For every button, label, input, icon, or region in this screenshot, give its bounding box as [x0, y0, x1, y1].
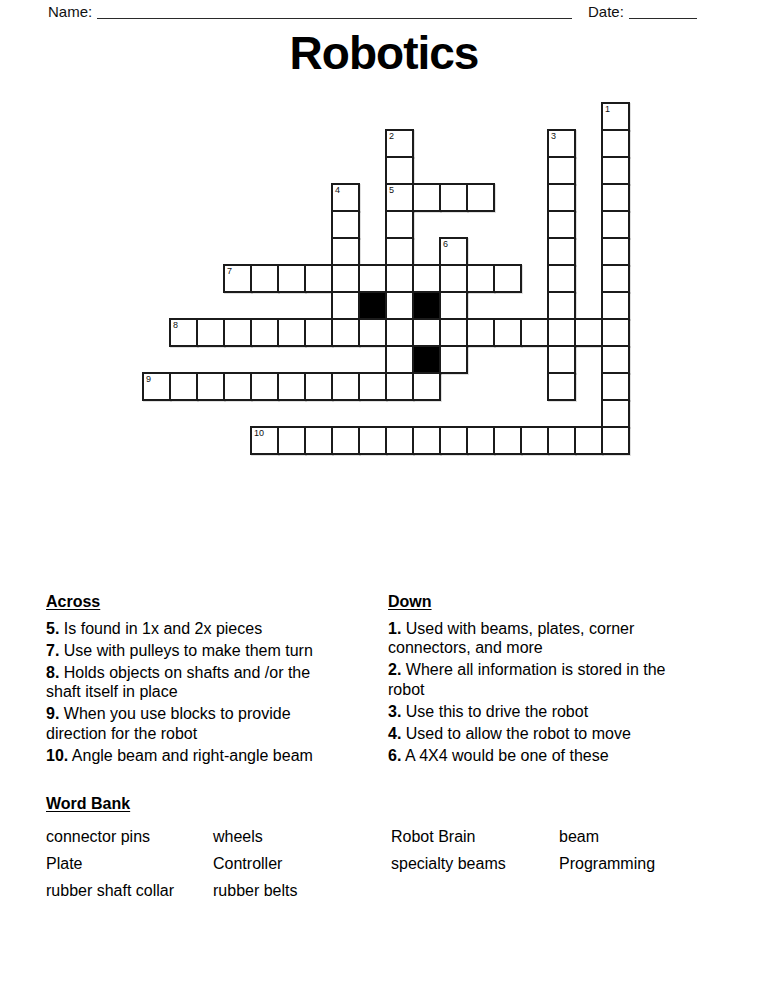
across-clue-number-5: 5. [46, 620, 59, 637]
cell-r8c11[interactable] [439, 318, 468, 347]
crossword-worksheet: { "game": "crossword", "title": "Robotic… [0, 0, 768, 994]
cell-r7c11[interactable] [439, 291, 468, 320]
cell-r10c9[interactable] [385, 372, 414, 401]
cell-r6c12[interactable] [466, 264, 495, 293]
cell-r4c17[interactable] [601, 210, 630, 239]
across-clue-9: 9. When you use blocks to provide direct… [46, 704, 322, 743]
clue-number-8: 8 [173, 320, 178, 330]
black-cell-r9c10 [412, 345, 441, 374]
cell-r12c14[interactable] [520, 426, 549, 455]
cell-r12c5[interactable] [277, 426, 306, 455]
clue-number-10: 10 [254, 428, 264, 438]
cell-r8c6[interactable] [304, 318, 333, 347]
cell-r12c13[interactable] [493, 426, 522, 455]
word-bank-heading: Word Bank [46, 795, 130, 813]
cell-r3c7[interactable]: 4 [331, 183, 360, 212]
cell-r6c15[interactable] [547, 264, 576, 293]
cell-r10c6[interactable] [304, 372, 333, 401]
cell-r4c15[interactable] [547, 210, 576, 239]
cell-r10c0[interactable]: 9 [142, 372, 171, 401]
cell-r6c17[interactable] [601, 264, 630, 293]
cell-r5c9[interactable] [385, 237, 414, 266]
black-cell-r7c8 [358, 291, 387, 320]
cell-r3c11[interactable] [439, 183, 468, 212]
cell-r8c9[interactable] [385, 318, 414, 347]
word-bank-empty [391, 878, 559, 905]
cell-r8c7[interactable] [331, 318, 360, 347]
cell-r8c1[interactable]: 8 [169, 318, 198, 347]
across-clues-section: Across 5. Is found in 1x and 2x pieces7.… [46, 592, 322, 765]
clue-number-7: 7 [227, 266, 232, 276]
cell-r6c9[interactable] [385, 264, 414, 293]
word-bank-item: beam [559, 824, 736, 851]
cell-r11c17[interactable] [601, 399, 630, 428]
cell-r7c15[interactable] [547, 291, 576, 320]
down-clue-1: 1. Used with beams, plates, corner conne… [388, 619, 684, 658]
word-bank-item: specialty beams [391, 851, 559, 878]
cell-r7c9[interactable] [385, 291, 414, 320]
cell-r9c9[interactable] [385, 345, 414, 374]
down-clue-list: 1. Used with beams, plates, corner conne… [388, 619, 684, 766]
across-clue-5: 5. Is found in 1x and 2x pieces [46, 619, 322, 639]
across-heading: Across [46, 592, 100, 612]
down-clue-number-2: 2. [388, 661, 401, 678]
date-input-line[interactable] [629, 18, 697, 19]
across-clue-number-9: 9. [46, 705, 59, 722]
cell-r5c11[interactable]: 6 [439, 237, 468, 266]
cell-r1c9[interactable]: 2 [385, 129, 414, 158]
cell-r8c16[interactable] [574, 318, 603, 347]
down-clue-number-1: 1. [388, 620, 401, 637]
black-cell-r7c10 [412, 291, 441, 320]
cell-r12c9[interactable] [385, 426, 414, 455]
cell-r10c15[interactable] [547, 372, 576, 401]
cell-r12c16[interactable] [574, 426, 603, 455]
down-clues-section: Down 1. Used with beams, plates, corner … [388, 592, 684, 765]
down-clue-4: 4. Used to allow the robot to move [388, 724, 684, 744]
down-heading: Down [388, 592, 432, 612]
word-bank-item: rubber shaft collar [46, 878, 213, 905]
cell-r3c12[interactable] [466, 183, 495, 212]
across-clue-number-7: 7. [46, 642, 59, 659]
across-clue-number-8: 8. [46, 664, 59, 681]
word-bank-item: Robot Brain [391, 824, 559, 851]
word-bank-empty [559, 878, 736, 905]
cell-r6c7[interactable] [331, 264, 360, 293]
cell-r2c17[interactable] [601, 156, 630, 185]
cell-r10c2[interactable] [196, 372, 225, 401]
cell-r5c7[interactable] [331, 237, 360, 266]
cell-r1c17[interactable] [601, 129, 630, 158]
cell-r12c12[interactable] [466, 426, 495, 455]
down-clue-3: 3. Use this to drive the robot [388, 702, 684, 722]
cell-r9c15[interactable] [547, 345, 576, 374]
cell-r8c2[interactable] [196, 318, 225, 347]
cell-r6c8[interactable] [358, 264, 387, 293]
cell-r6c6[interactable] [304, 264, 333, 293]
cell-r12c7[interactable] [331, 426, 360, 455]
date-label: Date: [588, 3, 624, 20]
cell-r10c3[interactable] [223, 372, 252, 401]
clue-number-4: 4 [335, 185, 340, 195]
down-clue-number-3: 3. [388, 703, 401, 720]
down-clue-2: 2. Where all information is stored in th… [388, 660, 684, 699]
cell-r12c15[interactable] [547, 426, 576, 455]
cell-r7c7[interactable] [331, 291, 360, 320]
clue-number-1: 1 [605, 104, 610, 114]
word-bank-grid: connector pinswheelsRobot BrainbeamPlate… [46, 824, 736, 904]
across-clue-8: 8. Holds objects on shafts and /or the s… [46, 663, 322, 702]
cell-r10c10[interactable] [412, 372, 441, 401]
clue-number-9: 9 [146, 374, 151, 384]
across-clue-7: 7. Use with pulleys to make them turn [46, 641, 322, 661]
cell-r4c7[interactable] [331, 210, 360, 239]
cell-r8c5[interactable] [277, 318, 306, 347]
cell-r12c6[interactable] [304, 426, 333, 455]
clue-number-3: 3 [551, 131, 556, 141]
clue-number-2: 2 [389, 131, 394, 141]
cell-r10c5[interactable] [277, 372, 306, 401]
cell-r3c15[interactable] [547, 183, 576, 212]
word-bank-item: Controller [213, 851, 391, 878]
word-bank-item: wheels [213, 824, 391, 851]
cell-r6c4[interactable] [250, 264, 279, 293]
cell-r12c10[interactable] [412, 426, 441, 455]
down-clue-number-6: 6. [388, 747, 401, 764]
name-label: Name: [48, 3, 92, 20]
word-bank-item: Plate [46, 851, 213, 878]
cell-r10c1[interactable] [169, 372, 198, 401]
cell-r10c7[interactable] [331, 372, 360, 401]
word-bank-item: Programming [559, 851, 736, 878]
cell-r8c17[interactable] [601, 318, 630, 347]
cell-r5c15[interactable] [547, 237, 576, 266]
cell-r10c8[interactable] [358, 372, 387, 401]
cell-r0c17[interactable]: 1 [601, 102, 630, 131]
cell-r4c9[interactable] [385, 210, 414, 239]
cell-r6c10[interactable] [412, 264, 441, 293]
page-title: Robotics [0, 27, 768, 79]
cell-r3c10[interactable] [412, 183, 441, 212]
cell-r3c9[interactable]: 5 [385, 183, 414, 212]
across-clue-number-10: 10. [46, 747, 68, 764]
cell-r9c17[interactable] [601, 345, 630, 374]
cell-r2c9[interactable] [385, 156, 414, 185]
cell-r12c8[interactable] [358, 426, 387, 455]
cell-r3c17[interactable] [601, 183, 630, 212]
word-bank-section: Word Bank connector pinswheelsRobot Brai… [46, 795, 736, 904]
cell-r6c11[interactable] [439, 264, 468, 293]
across-clue-10: 10. Angle beam and right-angle beam [46, 746, 322, 766]
cell-r8c8[interactable] [358, 318, 387, 347]
cell-r8c13[interactable] [493, 318, 522, 347]
cell-r8c14[interactable] [520, 318, 549, 347]
cell-r12c4[interactable]: 10 [250, 426, 279, 455]
crossword-grid: 12345678910 [142, 102, 630, 455]
cell-r8c3[interactable] [223, 318, 252, 347]
word-bank-item: connector pins [46, 824, 213, 851]
cell-r10c17[interactable] [601, 372, 630, 401]
word-bank-item: rubber belts [213, 878, 391, 905]
cell-r8c12[interactable] [466, 318, 495, 347]
cell-r12c11[interactable] [439, 426, 468, 455]
cell-r2c15[interactable] [547, 156, 576, 185]
clue-number-5: 5 [389, 185, 394, 195]
name-input-line[interactable] [97, 18, 572, 19]
cell-r9c11[interactable] [439, 345, 468, 374]
cell-r6c13[interactable] [493, 264, 522, 293]
cell-r6c5[interactable] [277, 264, 306, 293]
cell-r5c17[interactable] [601, 237, 630, 266]
down-clue-number-4: 4. [388, 725, 401, 742]
cell-r8c4[interactable] [250, 318, 279, 347]
down-clue-6: 6. A 4X4 would be one of these [388, 746, 684, 766]
cell-r7c17[interactable] [601, 291, 630, 320]
cell-r8c10[interactable] [412, 318, 441, 347]
clue-number-6: 6 [443, 239, 448, 249]
cell-r1c15[interactable]: 3 [547, 129, 576, 158]
cell-r8c15[interactable] [547, 318, 576, 347]
across-clue-list: 5. Is found in 1x and 2x pieces7. Use wi… [46, 619, 322, 766]
cell-r10c4[interactable] [250, 372, 279, 401]
cell-r6c3[interactable]: 7 [223, 264, 252, 293]
cell-r12c17[interactable] [601, 426, 630, 455]
